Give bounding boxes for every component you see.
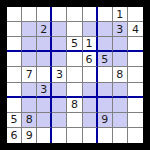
cell-r7c7[interactable] [98,98,113,113]
cell-r7c4[interactable] [52,98,67,113]
given-digit: 8 [71,99,78,110]
given-digit: 8 [116,69,123,80]
cell-r5c6[interactable] [83,67,98,82]
cell-r1c4[interactable] [52,7,67,22]
cell-r9c9[interactable] [128,128,143,143]
cell-r9c1[interactable]: 6 [7,128,22,143]
cell-r8c2[interactable]: 8 [22,113,37,128]
cell-r7c5[interactable]: 8 [67,98,82,113]
cell-r4c8[interactable] [113,52,128,67]
cell-r3c7[interactable] [98,37,113,52]
cell-r4c1[interactable] [7,52,22,67]
cell-r4c7[interactable]: 5 [98,52,113,67]
cell-r3c4[interactable] [52,37,67,52]
cell-r8c9[interactable] [128,113,143,128]
cell-r6c4[interactable] [52,83,67,98]
cell-r1c8[interactable]: 1 [113,7,128,22]
cell-r1c3[interactable] [37,7,52,22]
sudoku-grid: 123451657383858969 [7,7,143,143]
given-digit: 1 [116,9,123,20]
cell-r6c5[interactable] [67,83,82,98]
cell-r9c7[interactable] [98,128,113,143]
cell-r8c8[interactable] [113,113,128,128]
cell-r7c3[interactable] [37,98,52,113]
cell-r7c9[interactable] [128,98,143,113]
cell-r8c4[interactable] [52,113,67,128]
given-digit: 4 [132,24,139,35]
cell-r2c6[interactable] [83,22,98,37]
cell-r2c5[interactable] [67,22,82,37]
cell-r9c6[interactable] [83,128,98,143]
cell-r5c2[interactable]: 7 [22,67,37,82]
given-digit: 9 [26,130,33,141]
given-digit: 6 [86,54,93,65]
cell-r5c9[interactable] [128,67,143,82]
given-digit: 3 [116,24,123,35]
given-digit: 5 [11,114,18,125]
cell-r8c5[interactable] [67,113,82,128]
cell-r8c6[interactable] [83,113,98,128]
cell-r1c6[interactable] [83,7,98,22]
cell-r6c2[interactable] [22,83,37,98]
cell-r9c5[interactable] [67,128,82,143]
given-digit: 2 [40,24,47,35]
cell-r6c7[interactable] [98,83,113,98]
cell-r9c2[interactable]: 9 [22,128,37,143]
cell-r3c1[interactable] [7,37,22,52]
given-digit: 3 [56,69,63,80]
given-digit: 5 [71,38,78,49]
cell-r2c8[interactable]: 3 [113,22,128,37]
cell-r3c9[interactable] [128,37,143,52]
cell-r3c5[interactable]: 5 [67,37,82,52]
given-digit: 9 [101,114,108,125]
cell-r3c8[interactable] [113,37,128,52]
cell-r6c6[interactable] [83,83,98,98]
cell-r1c1[interactable] [7,7,22,22]
cell-r9c8[interactable] [113,128,128,143]
cell-r1c7[interactable] [98,7,113,22]
cell-r2c1[interactable] [7,22,22,37]
cell-r4c3[interactable] [37,52,52,67]
cell-r4c2[interactable] [22,52,37,67]
sudoku-board: 123451657383858969 [0,0,150,150]
cell-r7c2[interactable] [22,98,37,113]
cell-r2c9[interactable]: 4 [128,22,143,37]
cell-r7c6[interactable] [83,98,98,113]
cell-r5c1[interactable] [7,67,22,82]
given-digit: 1 [86,38,93,49]
cell-r5c8[interactable]: 8 [113,67,128,82]
cell-r6c3[interactable]: 3 [37,83,52,98]
cell-r3c3[interactable] [37,37,52,52]
given-digit: 5 [101,54,108,65]
cell-r2c7[interactable] [98,22,113,37]
cell-r4c4[interactable] [52,52,67,67]
cell-r9c3[interactable] [37,128,52,143]
cell-r4c9[interactable] [128,52,143,67]
cell-r2c3[interactable]: 2 [37,22,52,37]
cell-r1c9[interactable] [128,7,143,22]
cell-r6c9[interactable] [128,83,143,98]
cell-r6c8[interactable] [113,83,128,98]
cell-r4c6[interactable]: 6 [83,52,98,67]
cell-r2c4[interactable] [52,22,67,37]
given-digit: 6 [11,130,18,141]
cell-r8c3[interactable] [37,113,52,128]
cell-r5c4[interactable]: 3 [52,67,67,82]
cell-r3c2[interactable] [22,37,37,52]
cell-r2c2[interactable] [22,22,37,37]
cell-r3c6[interactable]: 1 [83,37,98,52]
cell-r9c4[interactable] [52,128,67,143]
cell-r8c7[interactable]: 9 [98,113,113,128]
cell-r4c5[interactable] [67,52,82,67]
cell-r7c1[interactable] [7,98,22,113]
cell-r7c8[interactable] [113,98,128,113]
given-digit: 3 [40,84,47,95]
cell-r6c1[interactable] [7,83,22,98]
given-digit: 7 [26,69,33,80]
cell-r5c5[interactable] [67,67,82,82]
cell-r8c1[interactable]: 5 [7,113,22,128]
cell-r1c2[interactable] [22,7,37,22]
cell-r5c7[interactable] [98,67,113,82]
given-digit: 8 [26,114,33,125]
cell-r5c3[interactable] [37,67,52,82]
cell-r1c5[interactable] [67,7,82,22]
